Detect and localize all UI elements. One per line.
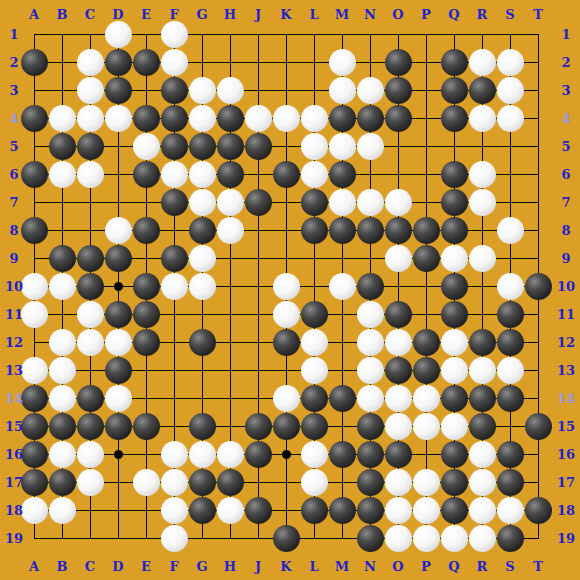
stone-white[interactable] [49,441,76,468]
coord-label: M [328,552,356,580]
stone-white[interactable] [469,525,496,552]
coord-label: 15 [0,412,28,440]
stone-black[interactable] [49,245,76,272]
stone-white[interactable] [301,357,328,384]
stone-white[interactable] [413,525,440,552]
stone-white[interactable] [77,441,104,468]
stone-black[interactable] [413,217,440,244]
coord-label: 3 [0,76,28,104]
stone-black[interactable] [301,385,328,412]
stone-white[interactable] [357,133,384,160]
stone-white[interactable] [441,329,468,356]
coord-label: 13 [0,356,28,384]
stone-black[interactable] [189,133,216,160]
coord-label: 1 [0,20,28,48]
stone-black[interactable] [413,245,440,272]
stone-black[interactable] [385,441,412,468]
stone-white[interactable] [273,273,300,300]
coord-label: 5 [552,132,580,160]
stone-white[interactable] [469,105,496,132]
stone-white[interactable] [217,441,244,468]
coord-label: P [412,0,440,28]
stone-black[interactable] [301,217,328,244]
coord-label: C [76,0,104,28]
stone-white[interactable] [357,189,384,216]
coord-label: G [188,0,216,28]
coord-label: N [356,0,384,28]
coord-label: M [328,0,356,28]
stone-black[interactable] [441,189,468,216]
coord-label: 4 [552,104,580,132]
stone-white[interactable] [77,105,104,132]
stone-black[interactable] [133,413,160,440]
stone-black[interactable] [525,497,552,524]
coord-label: L [300,0,328,28]
stone-white[interactable] [189,77,216,104]
stone-black[interactable] [441,273,468,300]
coord-label: H [216,0,244,28]
stone-white[interactable] [49,357,76,384]
stone-black[interactable] [441,469,468,496]
coord-label: 4 [0,104,28,132]
stone-white[interactable] [469,357,496,384]
coord-label: B [48,552,76,580]
coord-label: Q [440,552,468,580]
stone-white[interactable] [329,189,356,216]
stone-white[interactable] [469,245,496,272]
coord-label: S [496,552,524,580]
stone-black[interactable] [385,217,412,244]
stone-black[interactable] [49,133,76,160]
stone-black[interactable] [357,441,384,468]
stone-white[interactable] [413,469,440,496]
coord-label: 18 [0,496,28,524]
stone-white[interactable] [469,441,496,468]
stone-black[interactable] [217,469,244,496]
coord-label: 14 [552,384,580,412]
coord-label: 12 [0,328,28,356]
coord-label: T [524,0,552,28]
stone-white[interactable] [413,385,440,412]
coord-label: 10 [0,272,28,300]
stone-black[interactable] [161,189,188,216]
coord-label: Q [440,0,468,28]
coord-label: A [20,552,48,580]
coord-label: L [300,552,328,580]
stone-black[interactable] [105,245,132,272]
stone-black[interactable] [245,189,272,216]
coord-label: P [412,552,440,580]
coord-label: D [104,552,132,580]
coord-label: 8 [552,216,580,244]
stone-white[interactable] [385,329,412,356]
stone-white[interactable] [161,49,188,76]
coord-label: 14 [0,384,28,412]
stone-black[interactable] [189,469,216,496]
stone-black[interactable] [161,245,188,272]
stone-black[interactable] [77,273,104,300]
stone-white[interactable] [273,385,300,412]
stone-white[interactable] [497,217,524,244]
stone-white[interactable] [497,77,524,104]
stone-black[interactable] [49,469,76,496]
stone-white[interactable] [385,469,412,496]
stone-white[interactable] [357,329,384,356]
stone-white[interactable] [357,385,384,412]
stone-white[interactable] [413,497,440,524]
coord-label: 9 [552,244,580,272]
stone-black[interactable] [217,161,244,188]
stone-black[interactable] [525,273,552,300]
coord-label: F [160,0,188,28]
coord-label: 8 [0,216,28,244]
stone-black[interactable] [441,77,468,104]
stone-white[interactable] [357,301,384,328]
stone-white[interactable] [301,329,328,356]
stone-white[interactable] [329,273,356,300]
coord-label: 6 [552,160,580,188]
coord-label: D [104,0,132,28]
stone-black[interactable] [497,385,524,412]
stone-black[interactable] [245,413,272,440]
stone-white[interactable] [105,217,132,244]
coord-label: 9 [0,244,28,272]
coord-label: E [132,0,160,28]
stone-black[interactable] [105,413,132,440]
coord-label: G [188,552,216,580]
stone-black[interactable] [133,49,160,76]
stone-white[interactable] [217,217,244,244]
stone-white[interactable] [469,497,496,524]
stone-black[interactable] [357,497,384,524]
coord-label: H [216,552,244,580]
stone-black[interactable] [329,441,356,468]
stone-white[interactable] [301,133,328,160]
coord-label: 11 [552,300,580,328]
stone-black[interactable] [273,413,300,440]
stone-black[interactable] [329,385,356,412]
stone-white[interactable] [385,525,412,552]
stone-black[interactable] [105,357,132,384]
coord-label: B [48,0,76,28]
stone-black[interactable] [273,161,300,188]
stone-white[interactable] [77,49,104,76]
stone-black[interactable] [441,49,468,76]
stone-black[interactable] [357,525,384,552]
stone-black[interactable] [329,105,356,132]
stone-black[interactable] [217,133,244,160]
coord-label: R [468,552,496,580]
coord-label: 10 [552,272,580,300]
stone-white[interactable] [77,301,104,328]
coord-label: T [524,552,552,580]
stone-white[interactable] [301,441,328,468]
coord-label: E [132,552,160,580]
stone-white[interactable] [385,245,412,272]
stone-white[interactable] [161,161,188,188]
stone-white[interactable] [497,49,524,76]
stone-black[interactable] [497,329,524,356]
stone-black[interactable] [497,469,524,496]
stone-white[interactable] [161,469,188,496]
coord-label: 3 [552,76,580,104]
stone-black[interactable] [441,385,468,412]
stone-white[interactable] [105,329,132,356]
stone-white[interactable] [189,189,216,216]
stone-black[interactable] [329,497,356,524]
stone-black[interactable] [49,413,76,440]
stone-white[interactable] [217,189,244,216]
coord-label: 15 [552,412,580,440]
stone-white[interactable] [77,161,104,188]
stone-black[interactable] [329,217,356,244]
stone-black[interactable] [525,413,552,440]
stone-white[interactable] [77,469,104,496]
stone-white[interactable] [469,161,496,188]
coord-label: 7 [552,188,580,216]
stone-black[interactable] [497,525,524,552]
stone-black[interactable] [77,385,104,412]
stone-black[interactable] [77,133,104,160]
stone-white[interactable] [161,273,188,300]
coord-label: 11 [0,300,28,328]
coord-label: 19 [0,524,28,552]
stone-black[interactable] [385,77,412,104]
stone-black[interactable] [189,413,216,440]
stone-white[interactable] [189,441,216,468]
stone-black[interactable] [441,301,468,328]
stone-white[interactable] [441,525,468,552]
stone-white[interactable] [385,497,412,524]
coord-label: S [496,0,524,28]
coord-label: 13 [552,356,580,384]
stone-black[interactable] [357,217,384,244]
stone-white[interactable] [441,413,468,440]
coord-label: O [384,0,412,28]
stone-black[interactable] [105,77,132,104]
stone-white[interactable] [413,413,440,440]
stone-black[interactable] [245,133,272,160]
coord-label: R [468,0,496,28]
stone-white[interactable] [161,441,188,468]
stone-black[interactable] [497,441,524,468]
stone-black[interactable] [413,357,440,384]
stone-white[interactable] [497,357,524,384]
stone-black[interactable] [161,77,188,104]
stone-black[interactable] [77,245,104,272]
stone-white[interactable] [161,525,188,552]
stone-black[interactable] [469,329,496,356]
coord-label: 7 [0,188,28,216]
stone-white[interactable] [133,469,160,496]
stone-black[interactable] [385,301,412,328]
stone-white[interactable] [385,385,412,412]
stone-white[interactable] [273,105,300,132]
stone-black[interactable] [469,413,496,440]
stone-white[interactable] [105,105,132,132]
stone-black[interactable] [133,105,160,132]
stone-black[interactable] [301,301,328,328]
stone-black[interactable] [357,105,384,132]
stone-black[interactable] [245,441,272,468]
stone-white[interactable] [301,161,328,188]
stone-white[interactable] [189,273,216,300]
stone-black[interactable] [413,329,440,356]
stone-white[interactable] [49,497,76,524]
go-board[interactable]: AABBCCDDEEFFGGHHJJKKLLMMNNOOPPQQRRSSTT11… [0,0,580,580]
stone-black[interactable] [77,413,104,440]
coord-label: 17 [0,468,28,496]
coord-label: 18 [552,496,580,524]
coord-label: 16 [0,440,28,468]
stone-white[interactable] [189,245,216,272]
stone-black[interactable] [441,441,468,468]
stone-black[interactable] [301,413,328,440]
stone-white[interactable] [217,77,244,104]
stones-layer [20,20,552,552]
coord-label: 5 [0,132,28,160]
stone-white[interactable] [497,497,524,524]
stone-white[interactable] [469,189,496,216]
stone-black[interactable] [133,329,160,356]
stone-black[interactable] [357,469,384,496]
coord-label: C [76,552,104,580]
stone-black[interactable] [133,161,160,188]
stone-white[interactable] [217,497,244,524]
stone-black[interactable] [189,329,216,356]
stone-white[interactable] [385,189,412,216]
stone-white[interactable] [161,497,188,524]
stone-black[interactable] [441,105,468,132]
stone-white[interactable] [49,105,76,132]
stone-black[interactable] [497,301,524,328]
stone-white[interactable] [77,77,104,104]
stone-white[interactable] [245,105,272,132]
stone-white[interactable] [497,105,524,132]
stone-black[interactable] [441,217,468,244]
stone-black[interactable] [469,385,496,412]
stone-black[interactable] [217,105,244,132]
stone-black[interactable] [245,497,272,524]
stone-black[interactable] [105,301,132,328]
coord-label: 1 [552,20,580,48]
coord-label: K [272,552,300,580]
stone-black[interactable] [441,497,468,524]
stone-white[interactable] [273,301,300,328]
coord-label: N [356,552,384,580]
coord-label: O [384,552,412,580]
stone-black[interactable] [357,413,384,440]
coord-label: 2 [552,48,580,76]
coord-label: F [160,552,188,580]
stone-white[interactable] [105,385,132,412]
stone-white[interactable] [49,161,76,188]
stone-white[interactable] [469,49,496,76]
stone-white[interactable] [329,49,356,76]
coord-label: 12 [552,328,580,356]
stone-white[interactable] [77,329,104,356]
stone-white[interactable] [49,273,76,300]
stone-black[interactable] [357,273,384,300]
stone-black[interactable] [441,161,468,188]
stone-white[interactable] [441,245,468,272]
stone-black[interactable] [273,329,300,356]
stone-white[interactable] [441,357,468,384]
stone-white[interactable] [497,273,524,300]
stone-white[interactable] [133,133,160,160]
coord-label: 16 [552,440,580,468]
stone-white[interactable] [329,133,356,160]
stone-black[interactable] [385,49,412,76]
stone-black[interactable] [133,301,160,328]
stone-black[interactable] [161,133,188,160]
coord-label: K [272,0,300,28]
stone-black[interactable] [273,525,300,552]
stone-white[interactable] [301,469,328,496]
stone-white[interactable] [49,385,76,412]
stone-white[interactable] [189,105,216,132]
stone-black[interactable] [301,189,328,216]
stone-black[interactable] [469,77,496,104]
stone-black[interactable] [133,217,160,244]
stone-white[interactable] [469,469,496,496]
stone-black[interactable] [189,497,216,524]
coord-label: 19 [552,524,580,552]
coord-label: 17 [552,468,580,496]
stone-black[interactable] [385,357,412,384]
stone-black[interactable] [385,105,412,132]
coord-label: J [244,0,272,28]
stone-black[interactable] [189,217,216,244]
stone-white[interactable] [357,357,384,384]
coord-label: J [244,552,272,580]
stone-white[interactable] [189,161,216,188]
stone-black[interactable] [105,49,132,76]
coord-label: 2 [0,48,28,76]
stone-white[interactable] [385,413,412,440]
coord-label: 6 [0,160,28,188]
stone-black[interactable] [133,273,160,300]
stone-white[interactable] [49,329,76,356]
stone-white[interactable] [301,105,328,132]
stone-black[interactable] [161,105,188,132]
stone-black[interactable] [301,497,328,524]
stone-white[interactable] [357,77,384,104]
stone-white[interactable] [329,77,356,104]
stone-black[interactable] [329,161,356,188]
